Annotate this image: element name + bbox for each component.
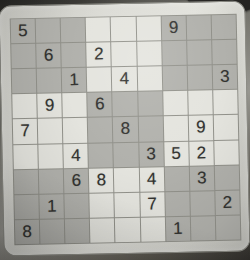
- cell-r9c4[interactable]: [90, 218, 115, 243]
- cell-r6c7[interactable]: 5: [164, 141, 189, 166]
- cell-r1c1[interactable]: 5: [11, 19, 36, 44]
- cell-r4c9[interactable]: [213, 90, 238, 115]
- cell-r3c9[interactable]: 3: [213, 65, 238, 90]
- cell-r4c4[interactable]: 6: [88, 93, 113, 118]
- cell-r7c2[interactable]: [39, 169, 64, 194]
- cell-r4c6[interactable]: [138, 92, 163, 117]
- cell-r9c1[interactable]: 8: [15, 220, 40, 245]
- cell-r1c2[interactable]: [36, 18, 61, 43]
- cell-r3c7[interactable]: [162, 66, 187, 91]
- cell-r6c1[interactable]: [13, 144, 38, 169]
- cell-r4c3[interactable]: [62, 93, 87, 118]
- cell-r6c8[interactable]: 2: [189, 141, 214, 166]
- cell-r6c2[interactable]: [38, 144, 63, 169]
- cell-r5c7[interactable]: [163, 116, 188, 141]
- cell-r4c5[interactable]: [113, 92, 138, 117]
- cell-r7c9[interactable]: [215, 165, 240, 190]
- cell-r6c5[interactable]: [114, 142, 139, 167]
- cell-r1c8[interactable]: [186, 15, 211, 40]
- cell-r8c9[interactable]: 2: [215, 190, 240, 215]
- cell-r5c4[interactable]: [88, 118, 113, 143]
- cell-r8c5[interactable]: [115, 192, 140, 217]
- cell-r2c3[interactable]: [61, 43, 86, 68]
- cell-r4c1[interactable]: [12, 94, 37, 119]
- cell-r9c2[interactable]: [40, 219, 65, 244]
- cell-r1c9[interactable]: [212, 15, 237, 40]
- cell-r3c8[interactable]: [187, 65, 212, 90]
- cell-r5c8[interactable]: 9: [189, 116, 214, 141]
- cell-r2c7[interactable]: [162, 41, 187, 66]
- cell-r5c9[interactable]: [214, 115, 239, 140]
- photo-background: 5962143967894352684317281: [0, 0, 250, 260]
- cell-r5c2[interactable]: [38, 119, 63, 144]
- cell-r5c1[interactable]: 7: [13, 119, 38, 144]
- cell-r4c2[interactable]: 9: [37, 94, 62, 119]
- cell-r8c6[interactable]: 7: [140, 192, 165, 217]
- cell-r9c5[interactable]: [115, 218, 140, 243]
- cell-r9c6[interactable]: [140, 217, 165, 242]
- cell-r6c3[interactable]: 4: [64, 143, 89, 168]
- cell-r7c4[interactable]: 8: [89, 168, 114, 193]
- sudoku-grid: 5962143967894352684317281: [10, 14, 242, 246]
- cell-r7c3[interactable]: 6: [64, 168, 89, 193]
- cell-r2c2[interactable]: 6: [36, 43, 61, 68]
- cell-r1c4[interactable]: [86, 17, 111, 42]
- cell-r3c3[interactable]: 1: [62, 68, 87, 93]
- cell-r3c6[interactable]: [137, 66, 162, 91]
- cell-r7c7[interactable]: [164, 166, 189, 191]
- cell-r9c8[interactable]: [191, 216, 216, 241]
- cell-r3c4[interactable]: [87, 67, 112, 92]
- cell-r7c6[interactable]: 4: [139, 167, 164, 192]
- cell-r4c7[interactable]: [163, 91, 188, 116]
- cell-r2c6[interactable]: [137, 41, 162, 66]
- cell-r2c8[interactable]: [187, 40, 212, 65]
- cell-r8c1[interactable]: [14, 195, 39, 220]
- cell-r2c1[interactable]: [11, 44, 36, 69]
- cell-r8c4[interactable]: [90, 193, 115, 218]
- cell-r2c9[interactable]: [212, 40, 237, 65]
- cell-r2c4[interactable]: 2: [87, 42, 112, 67]
- cell-r8c3[interactable]: [65, 194, 90, 219]
- cell-r3c2[interactable]: [37, 69, 62, 94]
- cell-r5c3[interactable]: [63, 118, 88, 143]
- cell-r1c5[interactable]: [111, 17, 136, 42]
- cell-r8c7[interactable]: [165, 191, 190, 216]
- cell-r5c6[interactable]: [138, 117, 163, 142]
- cell-r1c6[interactable]: [136, 16, 161, 41]
- cell-r5c5[interactable]: 8: [113, 117, 138, 142]
- cell-r2c5[interactable]: [112, 42, 137, 67]
- cell-r7c8[interactable]: 3: [190, 166, 215, 191]
- cell-r6c4[interactable]: [89, 143, 114, 168]
- cell-r8c2[interactable]: 1: [39, 194, 64, 219]
- cell-r7c1[interactable]: [14, 169, 39, 194]
- cell-r3c5[interactable]: 4: [112, 67, 137, 92]
- cell-r1c7[interactable]: 9: [161, 16, 186, 41]
- cell-r7c5[interactable]: [114, 167, 139, 192]
- cell-r9c7[interactable]: 1: [166, 217, 191, 242]
- puzzle-card: 5962143967894352684317281: [0, 0, 250, 256]
- cell-r4c8[interactable]: [188, 90, 213, 115]
- cell-r9c9[interactable]: [216, 215, 241, 240]
- cell-r3c1[interactable]: [12, 69, 37, 94]
- cell-r1c3[interactable]: [61, 18, 86, 43]
- cell-r6c9[interactable]: [214, 140, 239, 165]
- cell-r6c6[interactable]: 3: [139, 142, 164, 167]
- cell-r9c3[interactable]: [65, 219, 90, 244]
- cell-r8c8[interactable]: [190, 191, 215, 216]
